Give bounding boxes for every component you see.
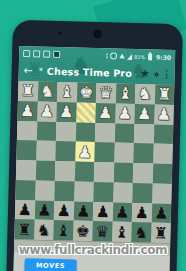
square-f2[interactable]: ♟ (56, 102, 76, 122)
square-b6[interactable] (132, 183, 152, 203)
battery-percent: 81% (134, 53, 145, 59)
black-pawn-piece: ♟ (154, 203, 169, 222)
square-b5[interactable] (133, 163, 153, 183)
square-g5[interactable] (35, 160, 55, 180)
square-e6[interactable] (74, 181, 94, 201)
app-header: ♞ ♞ ♜ 81% 9:30 ← * Chess Time Pro (18, 46, 175, 85)
notification-icon (33, 50, 40, 57)
square-f1[interactable]: ♝ (57, 82, 77, 102)
square-h1[interactable]: ♜ (18, 81, 38, 101)
square-b4[interactable] (133, 143, 153, 163)
square-a6[interactable] (152, 183, 172, 203)
overflow-menu-icon[interactable] (164, 70, 170, 79)
white-rook-piece: ♜ (157, 85, 172, 104)
star-icon[interactable]: ★ (140, 68, 150, 79)
black-king-piece: ♚ (75, 221, 90, 240)
black-bishop-piece: ♝ (114, 222, 129, 241)
proximity-sensor (59, 32, 62, 35)
battery-icon (148, 53, 152, 60)
wifi-icon (119, 54, 125, 59)
square-h4[interactable] (16, 140, 36, 160)
square-b1[interactable]: ♞ (135, 84, 155, 104)
square-c3[interactable] (114, 123, 134, 143)
square-d6[interactable] (93, 182, 113, 202)
white-queen-piece: ♛ (98, 83, 113, 102)
square-a8[interactable]: ♜ (151, 223, 171, 243)
square-c5[interactable] (113, 162, 133, 182)
white-pawn-piece: ♟ (137, 104, 152, 123)
white-pawn-piece: ♟ (59, 102, 74, 121)
square-f7[interactable]: ♟ (54, 200, 74, 220)
square-g7[interactable]: ♟ (34, 200, 54, 220)
white-pawn-piece: ♟ (98, 103, 113, 122)
notification-icon (23, 50, 30, 57)
square-f3[interactable] (56, 121, 76, 141)
square-h6[interactable] (15, 180, 35, 200)
black-rook-piece: ♜ (17, 220, 32, 239)
white-pawn-piece: ♟ (117, 104, 132, 123)
square-g2[interactable]: ♟ (37, 101, 57, 121)
phone-frame: ♞ ♞ ♜ 81% 9:30 ← * Chess Time Pro (6, 20, 183, 271)
signal-icon (127, 53, 132, 59)
square-a7[interactable]: ♟ (151, 203, 171, 223)
square-g6[interactable] (35, 180, 55, 200)
chess-board: ♜♞♝♚♛♝♞♜♟♟♟♟♟♟♟♟♟♟♟♟♟♟♟♟♜♞♝♚♛♝♞♜ (14, 81, 174, 243)
white-pawn-piece: ♟ (77, 142, 92, 161)
square-h8[interactable]: ♜ (14, 219, 34, 239)
white-king-piece: ♚ (79, 83, 94, 102)
white-pawn-piece: ♟ (39, 102, 54, 121)
square-b2[interactable]: ♟ (134, 104, 154, 124)
phone-screen: ♞ ♞ ♜ 81% 9:30 ← * Chess Time Pro (13, 46, 175, 271)
square-c4[interactable] (114, 143, 134, 163)
white-pawn-piece: ♟ (20, 101, 35, 120)
moves-button[interactable]: MOVES (24, 258, 76, 271)
settings-gear-icon[interactable] (154, 69, 160, 79)
white-pawn-piece: ♟ (156, 105, 171, 124)
square-d2[interactable]: ♟ (95, 103, 115, 123)
white-knight-piece: ♞ (40, 82, 55, 101)
white-knight-piece: ♞ (137, 84, 152, 103)
square-a1[interactable]: ♜ (154, 85, 174, 105)
black-pawn-piece: ♟ (56, 201, 71, 220)
square-c1[interactable]: ♝ (115, 83, 135, 103)
title-badge-icon: * (39, 66, 43, 75)
square-b3[interactable] (134, 123, 154, 143)
square-d4[interactable] (94, 142, 114, 162)
app-title: Chess Time Pro (47, 66, 132, 79)
square-f5[interactable] (55, 161, 75, 181)
square-d1[interactable]: ♛ (96, 83, 116, 103)
square-e8[interactable]: ♚ (73, 221, 93, 241)
square-h3[interactable] (17, 120, 37, 140)
square-c8[interactable]: ♝ (112, 222, 132, 242)
black-queen-piece: ♛ (95, 222, 110, 241)
square-f4[interactable] (55, 141, 75, 161)
black-pawn-piece: ♟ (37, 200, 52, 219)
square-e1[interactable]: ♚ (76, 82, 96, 102)
white-bishop-piece: ♝ (59, 82, 74, 101)
square-c2[interactable]: ♟ (115, 103, 135, 123)
square-g8[interactable]: ♞ (34, 220, 54, 240)
black-pawn-piece: ♟ (134, 203, 149, 222)
square-c6[interactable] (113, 182, 133, 202)
app-notification-icon (53, 51, 60, 58)
square-e2[interactable] (76, 102, 96, 122)
black-knight-piece: ♞ (134, 223, 149, 242)
square-h2[interactable]: ♟ (17, 101, 37, 121)
status-time: 9:30 (156, 54, 171, 61)
black-bishop-piece: ♝ (56, 221, 71, 240)
square-d7[interactable]: ♟ (93, 201, 113, 221)
black-knight-piece: ♞ (36, 220, 51, 239)
front-camera (94, 30, 102, 38)
square-a3[interactable] (153, 124, 173, 144)
square-c7[interactable]: ♟ (112, 202, 132, 222)
square-a2[interactable]: ♟ (154, 104, 174, 124)
notification-icon (43, 51, 50, 58)
white-bishop-piece: ♝ (118, 84, 133, 103)
square-e7[interactable]: ♟ (73, 201, 93, 221)
square-g1[interactable]: ♞ (37, 81, 57, 101)
square-d8[interactable]: ♛ (92, 221, 112, 241)
back-arrow-icon[interactable]: ← (24, 65, 34, 76)
black-pawn-piece: ♟ (115, 202, 130, 221)
square-h5[interactable] (16, 160, 36, 180)
black-pawn-piece: ♟ (17, 200, 32, 219)
bluetooth-icon (105, 53, 108, 59)
square-e3[interactable] (75, 122, 95, 142)
white-rook-piece: ♜ (20, 81, 35, 100)
square-b8[interactable]: ♞ (131, 222, 151, 242)
black-pawn-piece: ♟ (95, 202, 110, 221)
square-h7[interactable]: ♟ (15, 199, 35, 219)
square-f6[interactable] (54, 181, 74, 201)
square-b7[interactable]: ♟ (132, 202, 152, 222)
black-rook-piece: ♜ (153, 223, 168, 242)
square-d5[interactable] (94, 162, 114, 182)
square-g3[interactable] (36, 121, 56, 141)
square-e4[interactable]: ♟ (75, 142, 95, 162)
black-pawn-piece: ♟ (76, 201, 91, 220)
alarm-icon (110, 52, 117, 59)
bottom-bar: MOVES (13, 252, 170, 271)
square-f8[interactable]: ♝ (53, 220, 73, 240)
square-a5[interactable] (152, 163, 172, 183)
square-d3[interactable] (95, 122, 115, 142)
square-a4[interactable] (153, 144, 173, 164)
square-g4[interactable] (36, 141, 56, 161)
square-e5[interactable] (74, 161, 94, 181)
